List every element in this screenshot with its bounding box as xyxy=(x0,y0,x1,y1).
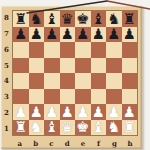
file-label-a: a xyxy=(12,137,28,149)
white-queen: ♛ xyxy=(61,120,74,135)
square-e2[interactable]: ♟ xyxy=(75,104,91,120)
square-b6[interactable] xyxy=(29,42,45,58)
white-pawn: ♟ xyxy=(14,104,27,119)
square-b1[interactable]: ♞ xyxy=(29,120,45,136)
white-king: ♚ xyxy=(76,120,89,135)
white-knight: ♞ xyxy=(107,120,120,135)
white-pawn: ♟ xyxy=(123,104,136,119)
square-e3[interactable] xyxy=(75,89,91,105)
square-d2[interactable]: ♟ xyxy=(60,104,76,120)
file-label-c: c xyxy=(44,137,60,149)
square-g6[interactable] xyxy=(106,42,122,58)
rank-label-5: 5 xyxy=(1,57,12,73)
square-h2[interactable]: ♟ xyxy=(122,104,138,120)
square-f5[interactable] xyxy=(91,58,107,74)
white-knight: ♞ xyxy=(30,120,43,135)
square-e7[interactable]: ♟ xyxy=(75,27,91,43)
square-c4[interactable] xyxy=(44,73,60,89)
square-d4[interactable] xyxy=(60,73,76,89)
square-h7[interactable]: ♟ xyxy=(122,27,138,43)
black-pawn: ♟ xyxy=(107,27,120,42)
white-bishop: ♝ xyxy=(45,120,58,135)
square-b3[interactable] xyxy=(29,89,45,105)
square-g1[interactable]: ♞ xyxy=(106,120,122,136)
file-labels: abcdefgh xyxy=(12,137,138,149)
square-d7[interactable]: ♟ xyxy=(60,27,76,43)
white-rook: ♜ xyxy=(14,120,27,135)
file-label-g: g xyxy=(107,137,123,149)
hanging-cord xyxy=(0,0,150,16)
square-c6[interactable] xyxy=(44,42,60,58)
rank-label-1: 1 xyxy=(1,120,12,136)
square-f6[interactable] xyxy=(91,42,107,58)
square-f2[interactable]: ♟ xyxy=(91,104,107,120)
square-d3[interactable] xyxy=(60,89,76,105)
square-e6[interactable] xyxy=(75,42,91,58)
square-f3[interactable] xyxy=(91,89,107,105)
square-a7[interactable]: ♟ xyxy=(13,27,29,43)
square-g5[interactable] xyxy=(106,58,122,74)
square-b2[interactable]: ♟ xyxy=(29,104,45,120)
square-a3[interactable] xyxy=(13,89,29,105)
square-c2[interactable]: ♟ xyxy=(44,104,60,120)
square-b5[interactable] xyxy=(29,58,45,74)
board-grid: ♜♞♝♛♚♝♞♜♟♟♟♟♟♟♟♟♟♟♟♟♟♟♟♟♜♞♝♛♚♝♞♜ xyxy=(12,10,138,136)
square-f7[interactable]: ♟ xyxy=(91,27,107,43)
rank-label-4: 4 xyxy=(1,73,12,89)
square-a1[interactable]: ♜ xyxy=(13,120,29,136)
square-c3[interactable] xyxy=(44,89,60,105)
rank-label-3: 3 xyxy=(1,89,12,105)
black-pawn: ♟ xyxy=(76,27,89,42)
black-pawn: ♟ xyxy=(45,27,58,42)
square-a2[interactable]: ♟ xyxy=(13,104,29,120)
rank-label-2: 2 xyxy=(1,105,12,121)
square-h4[interactable] xyxy=(122,73,138,89)
square-d5[interactable] xyxy=(60,58,76,74)
square-h1[interactable]: ♜ xyxy=(122,120,138,136)
file-label-f: f xyxy=(91,137,107,149)
file-label-e: e xyxy=(75,137,91,149)
white-rook: ♜ xyxy=(123,120,136,135)
file-label-h: h xyxy=(122,137,138,149)
square-f1[interactable]: ♝ xyxy=(91,120,107,136)
square-d1[interactable]: ♛ xyxy=(60,120,76,136)
white-pawn: ♟ xyxy=(76,104,89,119)
white-pawn: ♟ xyxy=(92,104,105,119)
square-c1[interactable]: ♝ xyxy=(44,120,60,136)
white-pawn: ♟ xyxy=(30,104,43,119)
photo-stage: 87654321 ♜♞♝♛♚♝♞♜♟♟♟♟♟♟♟♟♟♟♟♟♟♟♟♟♜♞♝♛♚♝♞… xyxy=(0,0,150,150)
square-b4[interactable] xyxy=(29,73,45,89)
white-pawn: ♟ xyxy=(61,104,74,119)
square-d6[interactable] xyxy=(60,42,76,58)
square-b7[interactable]: ♟ xyxy=(29,27,45,43)
square-c7[interactable]: ♟ xyxy=(44,27,60,43)
square-f4[interactable] xyxy=(91,73,107,89)
black-pawn: ♟ xyxy=(14,27,27,42)
white-pawn: ♟ xyxy=(107,104,120,119)
file-label-d: d xyxy=(59,137,75,149)
black-pawn: ♟ xyxy=(30,27,43,42)
square-a5[interactable] xyxy=(13,58,29,74)
square-g4[interactable] xyxy=(106,73,122,89)
square-e4[interactable] xyxy=(75,73,91,89)
square-a6[interactable] xyxy=(13,42,29,58)
black-pawn: ♟ xyxy=(61,27,74,42)
square-e5[interactable] xyxy=(75,58,91,74)
square-g3[interactable] xyxy=(106,89,122,105)
square-h3[interactable] xyxy=(122,89,138,105)
square-g7[interactable]: ♟ xyxy=(106,27,122,43)
square-h5[interactable] xyxy=(122,58,138,74)
square-a4[interactable] xyxy=(13,73,29,89)
white-bishop: ♝ xyxy=(92,120,105,135)
file-label-b: b xyxy=(28,137,44,149)
chessboard: 87654321 ♜♞♝♛♚♝♞♜♟♟♟♟♟♟♟♟♟♟♟♟♟♟♟♟♜♞♝♛♚♝♞… xyxy=(1,6,142,149)
white-pawn: ♟ xyxy=(45,104,58,119)
square-h6[interactable] xyxy=(122,42,138,58)
black-pawn: ♟ xyxy=(123,27,136,42)
rank-labels: 87654321 xyxy=(1,10,12,136)
rank-label-7: 7 xyxy=(1,26,12,42)
square-e1[interactable]: ♚ xyxy=(75,120,91,136)
square-c5[interactable] xyxy=(44,58,60,74)
rank-label-6: 6 xyxy=(1,42,12,58)
square-g2[interactable]: ♟ xyxy=(106,104,122,120)
black-pawn: ♟ xyxy=(92,27,105,42)
